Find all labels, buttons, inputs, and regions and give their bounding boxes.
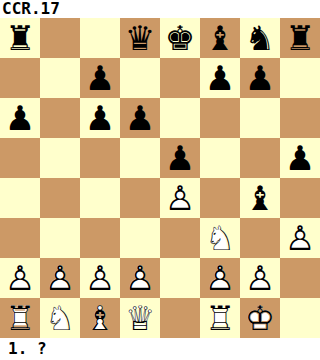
square-g8[interactable]: ♞	[240, 18, 280, 58]
white-knight-icon: ♞♘	[200, 218, 240, 258]
square-h6[interactable]	[280, 98, 320, 138]
square-g5[interactable]	[240, 138, 280, 178]
square-f2[interactable]: ♟♙	[200, 258, 240, 298]
chess-puzzle-page: CCR.17 ♜♛♚♝♞♜♟♟♟♟♟♟♟♟♟♙♝♞♘♟♙♟♙♟♙♟♙♟♙♟♙♟♙…	[0, 0, 320, 360]
square-f1[interactable]: ♜♖	[200, 298, 240, 338]
black-queen-icon: ♛	[120, 18, 160, 58]
square-c6[interactable]: ♟	[80, 98, 120, 138]
square-b7[interactable]	[40, 58, 80, 98]
square-a3[interactable]	[0, 218, 40, 258]
square-g7[interactable]: ♟	[240, 58, 280, 98]
square-h2[interactable]	[280, 258, 320, 298]
square-a1[interactable]: ♜♖	[0, 298, 40, 338]
square-d6[interactable]: ♟	[120, 98, 160, 138]
square-h7[interactable]	[280, 58, 320, 98]
square-c8[interactable]	[80, 18, 120, 58]
black-bishop-icon: ♝	[200, 18, 240, 58]
white-pawn-icon: ♟♙	[0, 258, 40, 298]
square-g4[interactable]: ♝	[240, 178, 280, 218]
square-e1[interactable]	[160, 298, 200, 338]
square-a5[interactable]	[0, 138, 40, 178]
square-d2[interactable]: ♟♙	[120, 258, 160, 298]
square-g1[interactable]: ♚♔	[240, 298, 280, 338]
white-pawn-icon: ♟♙	[40, 258, 80, 298]
black-pawn-icon: ♟	[0, 98, 40, 138]
black-bishop-icon: ♝	[240, 178, 280, 218]
white-pawn-icon: ♟♙	[160, 178, 200, 218]
square-d1[interactable]: ♛♕	[120, 298, 160, 338]
square-d7[interactable]	[120, 58, 160, 98]
white-rook-icon: ♜♖	[200, 298, 240, 338]
square-f5[interactable]	[200, 138, 240, 178]
white-pawn-icon: ♟♙	[280, 218, 320, 258]
square-e6[interactable]	[160, 98, 200, 138]
white-pawn-icon: ♟♙	[200, 258, 240, 298]
square-f3[interactable]: ♞♘	[200, 218, 240, 258]
square-d8[interactable]: ♛	[120, 18, 160, 58]
square-h5[interactable]: ♟	[280, 138, 320, 178]
square-c1[interactable]: ♝♗	[80, 298, 120, 338]
white-pawn-icon: ♟♙	[240, 258, 280, 298]
square-f6[interactable]	[200, 98, 240, 138]
square-b5[interactable]	[40, 138, 80, 178]
chess-board: ♜♛♚♝♞♜♟♟♟♟♟♟♟♟♟♙♝♞♘♟♙♟♙♟♙♟♙♟♙♟♙♟♙♜♖♞♘♝♗♛…	[0, 18, 320, 338]
square-f8[interactable]: ♝	[200, 18, 240, 58]
square-f7[interactable]: ♟	[200, 58, 240, 98]
square-b8[interactable]	[40, 18, 80, 58]
square-a2[interactable]: ♟♙	[0, 258, 40, 298]
square-e3[interactable]	[160, 218, 200, 258]
black-rook-icon: ♜	[0, 18, 40, 58]
black-rook-icon: ♜	[280, 18, 320, 58]
puzzle-title: CCR.17	[0, 0, 320, 18]
square-g2[interactable]: ♟♙	[240, 258, 280, 298]
black-pawn-icon: ♟	[240, 58, 280, 98]
square-b2[interactable]: ♟♙	[40, 258, 80, 298]
square-e4[interactable]: ♟♙	[160, 178, 200, 218]
square-c4[interactable]	[80, 178, 120, 218]
square-h8[interactable]: ♜	[280, 18, 320, 58]
square-h4[interactable]	[280, 178, 320, 218]
black-pawn-icon: ♟	[80, 98, 120, 138]
square-b1[interactable]: ♞♘	[40, 298, 80, 338]
white-queen-icon: ♛♕	[120, 298, 160, 338]
white-pawn-icon: ♟♙	[80, 258, 120, 298]
square-d3[interactable]	[120, 218, 160, 258]
black-pawn-icon: ♟	[280, 138, 320, 178]
square-e5[interactable]: ♟	[160, 138, 200, 178]
square-d5[interactable]	[120, 138, 160, 178]
square-h1[interactable]	[280, 298, 320, 338]
square-b4[interactable]	[40, 178, 80, 218]
square-e2[interactable]	[160, 258, 200, 298]
square-f4[interactable]	[200, 178, 240, 218]
black-king-icon: ♚	[160, 18, 200, 58]
white-knight-icon: ♞♘	[40, 298, 80, 338]
square-g6[interactable]	[240, 98, 280, 138]
white-rook-icon: ♜♖	[0, 298, 40, 338]
white-pawn-icon: ♟♙	[120, 258, 160, 298]
black-pawn-icon: ♟	[120, 98, 160, 138]
white-bishop-icon: ♝♗	[80, 298, 120, 338]
square-h3[interactable]: ♟♙	[280, 218, 320, 258]
white-king-icon: ♚♔	[240, 298, 280, 338]
square-c7[interactable]: ♟	[80, 58, 120, 98]
square-e7[interactable]	[160, 58, 200, 98]
square-a6[interactable]: ♟	[0, 98, 40, 138]
square-b6[interactable]	[40, 98, 80, 138]
square-c5[interactable]	[80, 138, 120, 178]
square-b3[interactable]	[40, 218, 80, 258]
square-d4[interactable]	[120, 178, 160, 218]
square-a8[interactable]: ♜	[0, 18, 40, 58]
square-e8[interactable]: ♚	[160, 18, 200, 58]
square-c2[interactable]: ♟♙	[80, 258, 120, 298]
black-knight-icon: ♞	[240, 18, 280, 58]
square-a7[interactable]	[0, 58, 40, 98]
square-a4[interactable]	[0, 178, 40, 218]
square-g3[interactable]	[240, 218, 280, 258]
black-pawn-icon: ♟	[200, 58, 240, 98]
move-prompt: 1. ?	[0, 338, 320, 360]
black-pawn-icon: ♟	[160, 138, 200, 178]
black-pawn-icon: ♟	[80, 58, 120, 98]
square-c3[interactable]	[80, 218, 120, 258]
